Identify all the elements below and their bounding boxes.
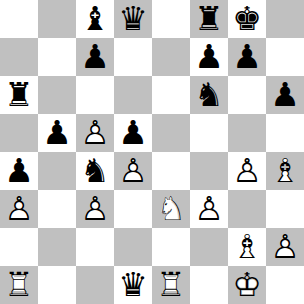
square-b5[interactable]: ♟: [38, 114, 76, 152]
square-e8[interactable]: [152, 0, 190, 38]
square-c2[interactable]: [76, 228, 114, 266]
square-c3[interactable]: ♟♙: [76, 190, 114, 228]
square-e6[interactable]: [152, 76, 190, 114]
square-d7[interactable]: [114, 38, 152, 76]
square-c8[interactable]: ♝: [76, 0, 114, 38]
piece-solid-layer: ♟: [38, 114, 76, 152]
black-bishop-icon[interactable]: ♝: [76, 0, 114, 38]
piece-outline-layer: ♙: [266, 228, 304, 266]
black-pawn-icon[interactable]: ♟: [76, 38, 114, 76]
piece-solid-layer: ♟: [114, 114, 152, 152]
white-pawn-icon[interactable]: ♟♙: [0, 190, 38, 228]
square-g8[interactable]: ♚: [228, 0, 266, 38]
square-d6[interactable]: [114, 76, 152, 114]
square-e3[interactable]: ♞♘: [152, 190, 190, 228]
piece-outline-layer: ♖: [0, 266, 38, 304]
piece-solid-layer: ♝: [76, 0, 114, 38]
square-h3[interactable]: [266, 190, 304, 228]
piece-outline-layer: ♘: [152, 190, 190, 228]
square-d1[interactable]: ♛: [114, 266, 152, 304]
piece-solid-layer: ♚: [228, 0, 266, 38]
square-a8[interactable]: [0, 0, 38, 38]
square-g2[interactable]: ♝♗: [228, 228, 266, 266]
square-c7[interactable]: ♟: [76, 38, 114, 76]
piece-outline-layer: ♙: [0, 190, 38, 228]
black-knight-icon[interactable]: ♞: [76, 152, 114, 190]
black-queen-icon[interactable]: ♛: [114, 266, 152, 304]
square-f7[interactable]: ♟: [190, 38, 228, 76]
piece-outline-layer: ♔: [228, 266, 266, 304]
piece-outline-layer: ♗: [266, 152, 304, 190]
square-e1[interactable]: ♜♖: [152, 266, 190, 304]
black-rook-icon[interactable]: ♜: [0, 76, 38, 114]
piece-outline-layer: ♗: [228, 228, 266, 266]
square-c6[interactable]: [76, 76, 114, 114]
black-queen-icon[interactable]: ♛: [114, 0, 152, 38]
piece-outline-layer: ♙: [76, 190, 114, 228]
square-a1[interactable]: ♜♖: [0, 266, 38, 304]
piece-solid-layer: ♞: [76, 152, 114, 190]
square-b2[interactable]: [38, 228, 76, 266]
square-g7[interactable]: ♟: [228, 38, 266, 76]
square-b8[interactable]: [38, 0, 76, 38]
black-pawn-icon[interactable]: ♟: [38, 114, 76, 152]
square-a7[interactable]: [0, 38, 38, 76]
square-b7[interactable]: [38, 38, 76, 76]
square-h2[interactable]: ♟♙: [266, 228, 304, 266]
square-e5[interactable]: [152, 114, 190, 152]
white-pawn-icon[interactable]: ♟♙: [76, 190, 114, 228]
white-knight-icon[interactable]: ♞♘: [152, 190, 190, 228]
square-a6[interactable]: ♜: [0, 76, 38, 114]
white-bishop-icon[interactable]: ♝♗: [266, 152, 304, 190]
chess-board: ♝♛♜♚♟♟♟♜♞♟♟♟♙♟♟♞♟♙♟♙♝♗♟♙♟♙♞♘♟♙♝♗♟♙♜♖♛♜♖♚…: [0, 0, 304, 304]
square-h4[interactable]: ♝♗: [266, 152, 304, 190]
square-d8[interactable]: ♛: [114, 0, 152, 38]
square-f2[interactable]: [190, 228, 228, 266]
black-knight-icon[interactable]: ♞: [190, 76, 228, 114]
piece-solid-layer: ♟: [0, 152, 38, 190]
square-f4[interactable]: [190, 152, 228, 190]
white-king-icon[interactable]: ♚♔: [228, 266, 266, 304]
square-f8[interactable]: ♜: [190, 0, 228, 38]
square-h8[interactable]: [266, 0, 304, 38]
square-g1[interactable]: ♚♔: [228, 266, 266, 304]
square-f6[interactable]: ♞: [190, 76, 228, 114]
square-c5[interactable]: ♟♙: [76, 114, 114, 152]
square-c4[interactable]: ♞: [76, 152, 114, 190]
white-pawn-icon[interactable]: ♟♙: [114, 152, 152, 190]
square-d3[interactable]: [114, 190, 152, 228]
square-b4[interactable]: [38, 152, 76, 190]
black-pawn-icon[interactable]: ♟: [114, 114, 152, 152]
square-b6[interactable]: [38, 76, 76, 114]
piece-solid-layer: ♟: [76, 38, 114, 76]
square-h1[interactable]: [266, 266, 304, 304]
piece-solid-layer: ♜: [190, 0, 228, 38]
piece-outline-layer: ♙: [76, 114, 114, 152]
square-f5[interactable]: [190, 114, 228, 152]
white-pawn-icon[interactable]: ♟♙: [266, 228, 304, 266]
square-f1[interactable]: [190, 266, 228, 304]
white-rook-icon[interactable]: ♜♖: [152, 266, 190, 304]
square-e7[interactable]: [152, 38, 190, 76]
square-a2[interactable]: [0, 228, 38, 266]
square-d4[interactable]: ♟♙: [114, 152, 152, 190]
black-pawn-icon[interactable]: ♟: [266, 76, 304, 114]
white-pawn-icon[interactable]: ♟♙: [228, 152, 266, 190]
black-king-icon[interactable]: ♚: [228, 0, 266, 38]
square-g3[interactable]: [228, 190, 266, 228]
white-rook-icon[interactable]: ♜♖: [0, 266, 38, 304]
white-bishop-icon[interactable]: ♝♗: [228, 228, 266, 266]
square-b1[interactable]: [38, 266, 76, 304]
piece-outline-layer: ♙: [190, 190, 228, 228]
white-pawn-icon[interactable]: ♟♙: [190, 190, 228, 228]
square-g6[interactable]: [228, 76, 266, 114]
square-h7[interactable]: [266, 38, 304, 76]
piece-solid-layer: ♞: [190, 76, 228, 114]
piece-outline-layer: ♙: [228, 152, 266, 190]
square-e4[interactable]: [152, 152, 190, 190]
square-h6[interactable]: ♟: [266, 76, 304, 114]
square-c1[interactable]: [76, 266, 114, 304]
black-rook-icon[interactable]: ♜: [190, 0, 228, 38]
square-e2[interactable]: [152, 228, 190, 266]
black-pawn-icon[interactable]: ♟: [228, 38, 266, 76]
black-pawn-icon[interactable]: ♟: [0, 152, 38, 190]
square-a4[interactable]: ♟: [0, 152, 38, 190]
square-f3[interactable]: ♟♙: [190, 190, 228, 228]
square-d5[interactable]: ♟: [114, 114, 152, 152]
piece-solid-layer: ♟: [190, 38, 228, 76]
square-a5[interactable]: [0, 114, 38, 152]
piece-solid-layer: ♛: [114, 0, 152, 38]
square-a3[interactable]: ♟♙: [0, 190, 38, 228]
square-d2[interactable]: [114, 228, 152, 266]
piece-solid-layer: ♟: [266, 76, 304, 114]
piece-solid-layer: ♛: [114, 266, 152, 304]
square-b3[interactable]: [38, 190, 76, 228]
white-pawn-icon[interactable]: ♟♙: [76, 114, 114, 152]
piece-outline-layer: ♙: [114, 152, 152, 190]
piece-solid-layer: ♜: [0, 76, 38, 114]
piece-solid-layer: ♟: [228, 38, 266, 76]
square-g4[interactable]: ♟♙: [228, 152, 266, 190]
piece-outline-layer: ♖: [152, 266, 190, 304]
square-h5[interactable]: [266, 114, 304, 152]
black-pawn-icon[interactable]: ♟: [190, 38, 228, 76]
square-g5[interactable]: [228, 114, 266, 152]
